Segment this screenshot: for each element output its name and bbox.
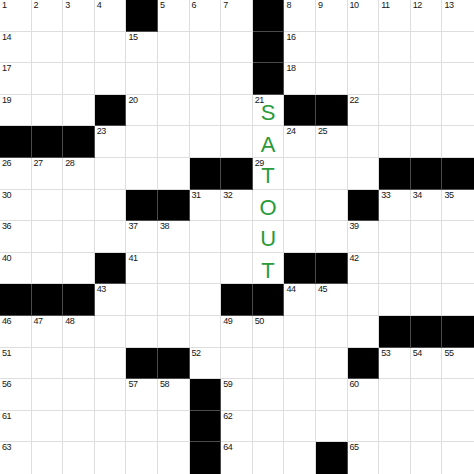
cell-r6c1[interactable]: 26 [0,158,32,190]
clue-number: 52 [192,349,201,358]
cell-r8c10[interactable] [284,221,316,253]
cell-r11c12[interactable] [348,316,380,348]
cell-r3c14[interactable] [411,63,443,95]
clue-number: 16 [286,33,295,42]
cell-r3c3[interactable] [63,63,95,95]
cell-r12c7[interactable]: 52 [190,348,222,380]
cell-r15c3[interactable] [63,442,95,474]
cell-r15c9[interactable] [253,442,285,474]
cell-r12c6-block [158,348,190,380]
cell-r1c15[interactable]: 13 [442,0,474,32]
cell-r7c4[interactable] [95,190,127,222]
clue-number: 54 [413,349,422,358]
cell-r4c8[interactable] [221,95,253,127]
cell-r8c8[interactable] [221,221,253,253]
clue-number: 23 [97,127,106,136]
cell-r14c15[interactable] [442,411,474,443]
clue-number: 18 [286,64,295,73]
cell-r4c2[interactable] [32,95,64,127]
cell-r1c4[interactable]: 4 [95,0,127,32]
cell-r10c3-block [63,284,95,316]
clue-number: 11 [381,1,389,10]
cell-r9c9[interactable]: T [253,253,285,285]
cell-r14c1[interactable]: 61 [0,411,32,443]
cell-r10c6[interactable] [158,284,190,316]
crossword-grid: 123456789101112131415161718192021S2223A2… [0,0,474,474]
cell-r4c6[interactable] [158,95,190,127]
cell-r12c8[interactable] [221,348,253,380]
cell-r4c11-block [316,95,348,127]
cell-r15c11-block [316,442,348,474]
cell-r9c10-block [284,253,316,285]
cell-r6c11[interactable] [316,158,348,190]
cell-r12c13[interactable]: 53 [379,348,411,380]
cell-r3c9-block [253,63,285,95]
cell-r4c15[interactable] [442,95,474,127]
cell-r13c12[interactable]: 60 [348,379,380,411]
cell-r8c14[interactable] [411,221,443,253]
cell-r15c13[interactable] [379,442,411,474]
cell-r9c12[interactable]: 42 [348,253,380,285]
cell-r10c14[interactable] [411,284,443,316]
cell-letter: A [253,126,284,157]
cell-r1c10[interactable]: 8 [284,0,316,32]
cell-r4c4-block [95,95,127,127]
cell-r14c13[interactable] [379,411,411,443]
cell-r5c10[interactable]: 24 [284,126,316,158]
cell-r10c12[interactable] [348,284,380,316]
cell-r5c5[interactable] [126,126,158,158]
cell-r5c12[interactable] [348,126,380,158]
cell-r3c5[interactable] [126,63,158,95]
cell-r11c4[interactable] [95,316,127,348]
cell-r12c12-block [348,348,380,380]
cell-r8c1[interactable]: 36 [0,221,32,253]
cell-r13c6[interactable]: 58 [158,379,190,411]
clue-number: 15 [128,33,137,42]
clue-number: 60 [350,380,359,389]
cell-letter: T [253,158,284,189]
clue-number: 35 [444,191,453,200]
cell-r9c2[interactable] [32,253,64,285]
cell-r8c7[interactable] [190,221,222,253]
cell-r6c12[interactable] [348,158,380,190]
cell-r4c9[interactable]: 21S [253,95,285,127]
clue-number: 31 [192,191,201,200]
clue-number: 25 [318,127,327,136]
cell-r15c15[interactable] [442,442,474,474]
clue-number: 44 [286,285,295,294]
cell-r1c8[interactable]: 7 [221,0,253,32]
cell-r8c9[interactable]: U [253,221,285,253]
cell-r9c15[interactable] [442,253,474,285]
cell-r2c6[interactable] [158,32,190,64]
cell-r5c2-block [32,126,64,158]
cell-r3c6[interactable] [158,63,190,95]
cell-r13c4[interactable] [95,379,127,411]
cell-r10c13[interactable] [379,284,411,316]
clue-number: 30 [2,191,11,200]
cell-r4c13[interactable] [379,95,411,127]
cell-r9c1[interactable]: 40 [0,253,32,285]
cell-r8c11[interactable] [316,221,348,253]
cell-r9c4-block [95,253,127,285]
cell-r13c1[interactable]: 56 [0,379,32,411]
clue-number: 14 [2,33,11,42]
clue-number: 51 [2,349,11,358]
clue-number: 53 [381,349,390,358]
cell-r3c1[interactable]: 17 [0,63,32,95]
cell-r12c4[interactable] [95,348,127,380]
cell-r5c14[interactable] [411,126,443,158]
cell-r15c1[interactable]: 63 [0,442,32,474]
cell-r12c5-block [126,348,158,380]
cell-r5c3-block [63,126,95,158]
cell-r7c10[interactable] [284,190,316,222]
clue-number: 9 [318,1,323,10]
cell-letter: S [253,95,284,126]
cell-r1c1[interactable]: 1 [0,0,32,32]
cell-r2c5[interactable]: 15 [126,32,158,64]
cell-r14c12[interactable] [348,411,380,443]
cell-r14c7-block [190,411,222,443]
cell-r1c5-block [126,0,158,32]
clue-number: 40 [2,254,11,263]
cell-r3c11[interactable] [316,63,348,95]
cell-r2c10[interactable]: 16 [284,32,316,64]
cell-r15c12[interactable]: 65 [348,442,380,474]
clue-number: 63 [2,443,11,452]
cell-r12c3[interactable] [63,348,95,380]
cell-r11c2[interactable]: 47 [32,316,64,348]
clue-number: 43 [97,285,106,294]
cell-r13c9[interactable] [253,379,285,411]
cell-r14c3[interactable] [63,411,95,443]
cell-r2c14[interactable] [411,32,443,64]
cell-r8c5[interactable]: 37 [126,221,158,253]
cell-r4c14[interactable] [411,95,443,127]
cell-r5c9[interactable]: A [253,126,285,158]
clue-number: 6 [192,1,197,10]
clue-number: 64 [223,443,232,452]
clue-number: 17 [2,64,11,73]
cell-r6c3[interactable]: 28 [63,158,95,190]
cell-r9c13[interactable] [379,253,411,285]
cell-r4c1[interactable]: 19 [0,95,32,127]
cell-r5c11[interactable]: 25 [316,126,348,158]
cell-r3c2[interactable] [32,63,64,95]
cell-r5c8[interactable] [221,126,253,158]
clue-number: 1 [2,1,7,10]
cell-r6c6[interactable] [158,158,190,190]
cell-r15c5[interactable] [126,442,158,474]
cell-r6c2[interactable]: 27 [32,158,64,190]
cell-r4c10-block [284,95,316,127]
cell-r14c14[interactable] [411,411,443,443]
cell-r11c8[interactable]: 49 [221,316,253,348]
cell-r8c6[interactable]: 38 [158,221,190,253]
cell-r11c3[interactable]: 48 [63,316,95,348]
cell-r6c8-block [221,158,253,190]
cell-r5c4[interactable]: 23 [95,126,127,158]
cell-r2c11[interactable] [316,32,348,64]
cell-r2c2[interactable] [32,32,64,64]
cell-r3c8[interactable] [221,63,253,95]
cell-r9c14[interactable] [411,253,443,285]
cell-r13c13[interactable] [379,379,411,411]
cell-r1c6[interactable]: 5 [158,0,190,32]
cell-r10c15[interactable] [442,284,474,316]
cell-r3c4[interactable] [95,63,127,95]
clue-number: 58 [160,380,169,389]
cell-r10c7[interactable] [190,284,222,316]
clue-number: 47 [34,317,43,326]
cell-r1c3[interactable]: 3 [63,0,95,32]
cell-r6c10[interactable] [284,158,316,190]
cell-r7c6-block [158,190,190,222]
cell-r7c11[interactable] [316,190,348,222]
cell-r7c3[interactable] [63,190,95,222]
cell-r2c15[interactable] [442,32,474,64]
cell-r9c3[interactable] [63,253,95,285]
cell-r11c13-block [379,316,411,348]
clue-number: 39 [350,222,359,231]
cell-r10c11[interactable]: 45 [316,284,348,316]
cell-r4c5[interactable]: 20 [126,95,158,127]
cell-r2c9-block [253,32,285,64]
clue-number: 45 [318,285,327,294]
cell-r6c4[interactable] [95,158,127,190]
cell-r13c10[interactable] [284,379,316,411]
cell-r8c15[interactable] [442,221,474,253]
cell-r6c13-block [379,158,411,190]
clue-number: 26 [2,159,11,168]
cell-r8c4[interactable] [95,221,127,253]
clue-number: 55 [444,349,453,358]
cell-r3c12[interactable] [348,63,380,95]
cell-r9c6[interactable] [158,253,190,285]
cell-r7c9[interactable]: O [253,190,285,222]
cell-r11c11[interactable] [316,316,348,348]
cell-r14c5[interactable] [126,411,158,443]
cell-r14c10[interactable] [284,411,316,443]
cell-r5c1-block [0,126,32,158]
cell-r11c1[interactable]: 46 [0,316,32,348]
cell-letter: T [253,253,284,284]
cell-r14c6[interactable] [158,411,190,443]
cell-r14c11[interactable] [316,411,348,443]
cell-r5c7[interactable] [190,126,222,158]
cell-r13c5[interactable]: 57 [126,379,158,411]
cell-r1c9-block [253,0,285,32]
cell-r15c10[interactable] [284,442,316,474]
cell-r13c14[interactable] [411,379,443,411]
clue-number: 42 [350,254,359,263]
cell-r12c14[interactable]: 54 [411,348,443,380]
clue-number: 56 [2,380,11,389]
clue-number: 24 [286,127,295,136]
cell-r7c1[interactable]: 30 [0,190,32,222]
cell-r13c7-block [190,379,222,411]
clue-number: 19 [2,96,11,105]
cell-r7c5-block [126,190,158,222]
clue-number: 33 [381,191,390,200]
cell-r4c3[interactable] [63,95,95,127]
clue-number: 3 [65,1,70,10]
cell-r8c3[interactable] [63,221,95,253]
cell-r2c13[interactable] [379,32,411,64]
cell-r13c3[interactable] [63,379,95,411]
clue-number: 38 [160,222,169,231]
cell-r12c11[interactable] [316,348,348,380]
clue-number: 27 [34,159,43,168]
cell-r10c1-block [0,284,32,316]
cell-r15c14[interactable] [411,442,443,474]
cell-r13c2[interactable] [32,379,64,411]
cell-r1c7[interactable]: 6 [190,0,222,32]
cell-r6c7-block [190,158,222,190]
cell-r3c13[interactable] [379,63,411,95]
cell-r14c9[interactable] [253,411,285,443]
cell-letter: O [253,190,284,221]
clue-number: 37 [128,222,137,231]
cell-r15c8[interactable]: 64 [221,442,253,474]
cell-r7c2[interactable] [32,190,64,222]
cell-r13c8[interactable]: 59 [221,379,253,411]
clue-number: 49 [223,317,232,326]
clue-number: 36 [2,222,11,231]
cell-r10c5[interactable] [126,284,158,316]
cell-r10c2-block [32,284,64,316]
cell-r11c5[interactable] [126,316,158,348]
cell-r1c13[interactable]: 11 [379,0,411,32]
cell-r11c6[interactable] [158,316,190,348]
clue-number: 62 [223,412,232,421]
cell-r15c6[interactable] [158,442,190,474]
cell-r9c7[interactable] [190,253,222,285]
cell-r9c8[interactable] [221,253,253,285]
cell-r10c9-block [253,284,285,316]
cell-r1c2[interactable]: 2 [32,0,64,32]
cell-r11c9[interactable]: 50 [253,316,285,348]
cell-r12c10[interactable] [284,348,316,380]
cell-r7c15[interactable]: 35 [442,190,474,222]
cell-r3c7[interactable] [190,63,222,95]
clue-number: 61 [2,412,11,421]
clue-number: 10 [350,1,359,10]
cell-r7c13[interactable]: 33 [379,190,411,222]
cell-r2c3[interactable] [63,32,95,64]
clue-number: 48 [65,317,74,326]
cell-r5c13[interactable] [379,126,411,158]
cell-r11c10[interactable] [284,316,316,348]
cell-r7c7[interactable]: 31 [190,190,222,222]
cell-r12c2[interactable] [32,348,64,380]
cell-r7c8[interactable]: 32 [221,190,253,222]
cell-r12c1[interactable]: 51 [0,348,32,380]
cell-r15c2[interactable] [32,442,64,474]
cell-r8c13[interactable] [379,221,411,253]
cell-r9c11-block [316,253,348,285]
cell-r14c4[interactable] [95,411,127,443]
cell-r14c2[interactable] [32,411,64,443]
cell-r3c15[interactable] [442,63,474,95]
clue-number: 41 [128,254,137,263]
cell-r14c8[interactable]: 62 [221,411,253,443]
cell-r7c14[interactable]: 34 [411,190,443,222]
cell-r13c15[interactable] [442,379,474,411]
cell-r10c4[interactable]: 43 [95,284,127,316]
cell-r3c10[interactable]: 18 [284,63,316,95]
clue-number: 5 [160,1,165,10]
clue-number: 7 [223,1,228,10]
cell-r8c12[interactable]: 39 [348,221,380,253]
cell-r2c4[interactable] [95,32,127,64]
clue-number: 59 [223,380,232,389]
clue-number: 28 [65,159,74,168]
cell-r1c11[interactable]: 9 [316,0,348,32]
clue-number: 46 [2,317,11,326]
clue-number: 22 [350,96,359,105]
clue-number: 20 [128,96,137,105]
cell-r6c5[interactable] [126,158,158,190]
cell-r2c7[interactable] [190,32,222,64]
cell-r2c12[interactable] [348,32,380,64]
cell-r15c4[interactable] [95,442,127,474]
clue-number: 50 [255,317,264,326]
cell-r10c10[interactable]: 44 [284,284,316,316]
cell-r5c6[interactable] [158,126,190,158]
clue-number: 13 [444,1,453,10]
clue-number: 65 [350,443,359,452]
cell-r6c15-block [442,158,474,190]
cell-r7c12-block [348,190,380,222]
clue-number: 2 [34,1,39,10]
clue-number: 4 [97,1,102,10]
clue-number: 8 [286,1,291,10]
cell-r12c9[interactable] [253,348,285,380]
cell-r6c9[interactable]: 29T [253,158,285,190]
cell-r11c7[interactable] [190,316,222,348]
cell-r15c7-block [190,442,222,474]
cell-r13c11[interactable] [316,379,348,411]
cell-r2c1[interactable]: 14 [0,32,32,64]
cell-r10c8-block [221,284,253,316]
cell-r11c14-block [411,316,443,348]
clue-number: 12 [413,1,422,10]
cell-r9c5[interactable]: 41 [126,253,158,285]
cell-r11c15-block [442,316,474,348]
cell-r4c7[interactable] [190,95,222,127]
cell-r6c14-block [411,158,443,190]
cell-r8c2[interactable] [32,221,64,253]
cell-letter: U [253,221,284,252]
clue-number: 32 [223,191,232,200]
clue-number: 57 [128,380,137,389]
cell-r5c15[interactable] [442,126,474,158]
cell-r4c12[interactable]: 22 [348,95,380,127]
cell-r1c14[interactable]: 12 [411,0,443,32]
cell-r2c8[interactable] [221,32,253,64]
clue-number: 34 [413,191,422,200]
cell-r12c15[interactable]: 55 [442,348,474,380]
cell-r1c12[interactable]: 10 [348,0,380,32]
